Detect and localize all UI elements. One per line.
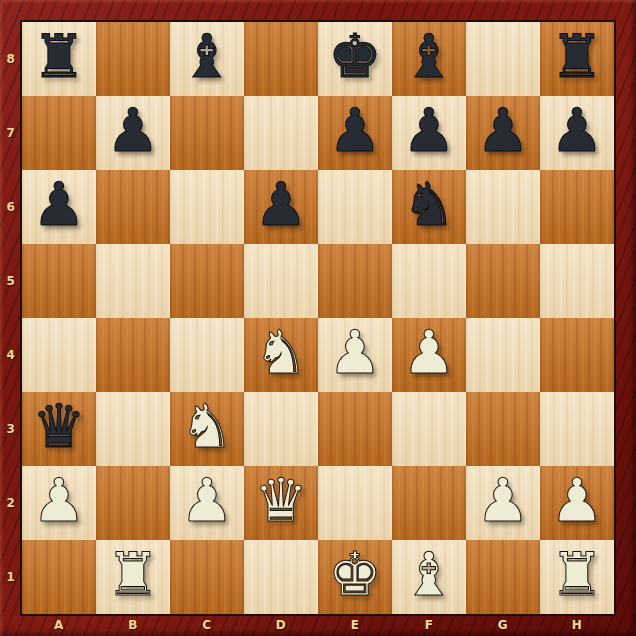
square-h4[interactable] <box>540 318 614 392</box>
square-d5[interactable] <box>244 244 318 318</box>
piece-black-knight[interactable]: ♞ <box>402 174 456 234</box>
square-a6[interactable]: ♟ <box>22 170 96 244</box>
square-b2[interactable] <box>96 466 170 540</box>
piece-black-pawn[interactable]: ♟ <box>32 174 86 234</box>
piece-white-knight[interactable]: ♞ <box>254 322 308 382</box>
square-b7[interactable]: ♟ <box>96 96 170 170</box>
square-c2[interactable]: ♟ <box>170 466 244 540</box>
rank-label-7: 7 <box>0 96 22 170</box>
piece-black-pawn[interactable]: ♟ <box>106 100 160 160</box>
square-e3[interactable] <box>318 392 392 466</box>
piece-white-rook[interactable]: ♜ <box>106 544 160 604</box>
piece-white-bishop[interactable]: ♝ <box>402 544 456 604</box>
square-h1[interactable]: ♜ <box>540 540 614 614</box>
square-a4[interactable] <box>22 318 96 392</box>
square-g5[interactable] <box>466 244 540 318</box>
piece-white-pawn[interactable]: ♟ <box>476 470 530 530</box>
square-e5[interactable] <box>318 244 392 318</box>
file-label-c: C <box>170 614 244 636</box>
square-b4[interactable] <box>96 318 170 392</box>
square-c3[interactable]: ♞ <box>170 392 244 466</box>
square-a3[interactable]: ♛ <box>22 392 96 466</box>
piece-white-pawn[interactable]: ♟ <box>402 322 456 382</box>
square-d7[interactable] <box>244 96 318 170</box>
square-e1[interactable]: ♚ <box>318 540 392 614</box>
piece-white-king[interactable]: ♚ <box>328 544 382 604</box>
square-f4[interactable]: ♟ <box>392 318 466 392</box>
file-label-a: A <box>22 614 96 636</box>
piece-black-bishop[interactable]: ♝ <box>180 26 234 86</box>
square-a8[interactable]: ♜ <box>22 22 96 96</box>
square-e2[interactable] <box>318 466 392 540</box>
square-f2[interactable] <box>392 466 466 540</box>
square-b3[interactable] <box>96 392 170 466</box>
square-f6[interactable]: ♞ <box>392 170 466 244</box>
rank-label-5: 5 <box>0 244 22 318</box>
file-label-f: F <box>392 614 466 636</box>
square-b6[interactable] <box>96 170 170 244</box>
piece-black-rook[interactable]: ♜ <box>550 26 604 86</box>
square-d3[interactable] <box>244 392 318 466</box>
piece-black-pawn[interactable]: ♟ <box>476 100 530 160</box>
piece-white-pawn[interactable]: ♟ <box>550 470 604 530</box>
piece-white-pawn[interactable]: ♟ <box>180 470 234 530</box>
rank-label-2: 2 <box>0 466 22 540</box>
rank-label-6: 6 <box>0 170 22 244</box>
square-d8[interactable] <box>244 22 318 96</box>
square-h5[interactable] <box>540 244 614 318</box>
square-g1[interactable] <box>466 540 540 614</box>
square-e8[interactable]: ♚ <box>318 22 392 96</box>
board: ♜♝♚♝♜♟♟♟♟♟♟♟♞♞♟♟♛♞♟♟♛♟♟♜♚♝♜ <box>22 22 614 614</box>
square-h3[interactable] <box>540 392 614 466</box>
square-g4[interactable] <box>466 318 540 392</box>
square-d6[interactable]: ♟ <box>244 170 318 244</box>
piece-white-pawn[interactable]: ♟ <box>32 470 86 530</box>
square-c8[interactable]: ♝ <box>170 22 244 96</box>
square-f8[interactable]: ♝ <box>392 22 466 96</box>
square-c4[interactable] <box>170 318 244 392</box>
piece-black-bishop[interactable]: ♝ <box>402 26 456 86</box>
square-f3[interactable] <box>392 392 466 466</box>
piece-white-pawn[interactable]: ♟ <box>328 322 382 382</box>
square-b1[interactable]: ♜ <box>96 540 170 614</box>
square-h6[interactable] <box>540 170 614 244</box>
square-c7[interactable] <box>170 96 244 170</box>
piece-black-queen[interactable]: ♛ <box>32 396 86 456</box>
square-e6[interactable] <box>318 170 392 244</box>
square-g8[interactable] <box>466 22 540 96</box>
file-label-d: D <box>244 614 318 636</box>
piece-black-rook[interactable]: ♜ <box>32 26 86 86</box>
square-g6[interactable] <box>466 170 540 244</box>
square-d4[interactable]: ♞ <box>244 318 318 392</box>
chess-board-frame: ♜♝♚♝♜♟♟♟♟♟♟♟♞♞♟♟♛♞♟♟♛♟♟♜♚♝♜ 87654321ABCD… <box>0 0 636 636</box>
piece-black-pawn[interactable]: ♟ <box>328 100 382 160</box>
square-a7[interactable] <box>22 96 96 170</box>
square-b8[interactable] <box>96 22 170 96</box>
square-a1[interactable] <box>22 540 96 614</box>
square-e4[interactable]: ♟ <box>318 318 392 392</box>
square-c5[interactable] <box>170 244 244 318</box>
square-h8[interactable]: ♜ <box>540 22 614 96</box>
square-b5[interactable] <box>96 244 170 318</box>
piece-black-pawn[interactable]: ♟ <box>402 100 456 160</box>
piece-white-queen[interactable]: ♛ <box>254 470 308 530</box>
piece-black-pawn[interactable]: ♟ <box>550 100 604 160</box>
square-g2[interactable]: ♟ <box>466 466 540 540</box>
square-h2[interactable]: ♟ <box>540 466 614 540</box>
rank-label-3: 3 <box>0 392 22 466</box>
square-d2[interactable]: ♛ <box>244 466 318 540</box>
rank-label-1: 1 <box>0 540 22 614</box>
square-h7[interactable]: ♟ <box>540 96 614 170</box>
piece-white-knight[interactable]: ♞ <box>180 396 234 456</box>
file-label-g: G <box>466 614 540 636</box>
square-a5[interactable] <box>22 244 96 318</box>
square-a2[interactable]: ♟ <box>22 466 96 540</box>
square-c1[interactable] <box>170 540 244 614</box>
file-label-h: H <box>540 614 614 636</box>
square-f1[interactable]: ♝ <box>392 540 466 614</box>
square-g3[interactable] <box>466 392 540 466</box>
file-label-e: E <box>318 614 392 636</box>
square-c6[interactable] <box>170 170 244 244</box>
square-f5[interactable] <box>392 244 466 318</box>
file-label-b: B <box>96 614 170 636</box>
piece-white-rook[interactable]: ♜ <box>550 544 604 604</box>
square-f7[interactable]: ♟ <box>392 96 466 170</box>
rank-label-8: 8 <box>0 22 22 96</box>
piece-black-king[interactable]: ♚ <box>328 26 382 86</box>
square-e7[interactable]: ♟ <box>318 96 392 170</box>
rank-label-4: 4 <box>0 318 22 392</box>
square-g7[interactable]: ♟ <box>466 96 540 170</box>
square-d1[interactable] <box>244 540 318 614</box>
piece-black-pawn[interactable]: ♟ <box>254 174 308 234</box>
